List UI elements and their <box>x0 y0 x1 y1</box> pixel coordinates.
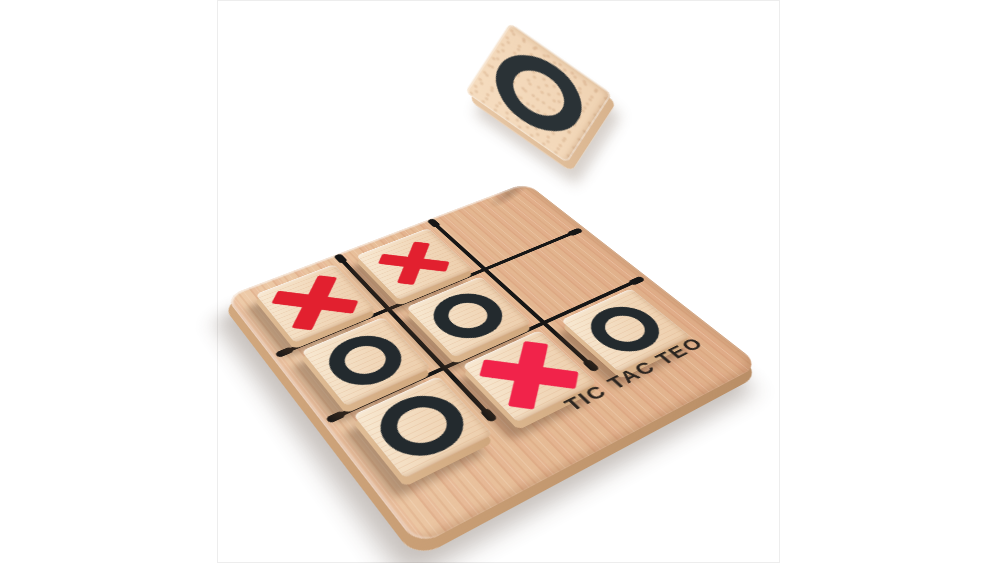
o-piece <box>482 39 595 147</box>
tic-tac-toe-board: TIC TAC TEO <box>225 182 760 546</box>
floating-o-tile[interactable] <box>465 23 612 164</box>
product-photo: TIC TAC TEO <box>217 0 780 563</box>
page: TIC TAC TEO <box>0 0 1000 563</box>
